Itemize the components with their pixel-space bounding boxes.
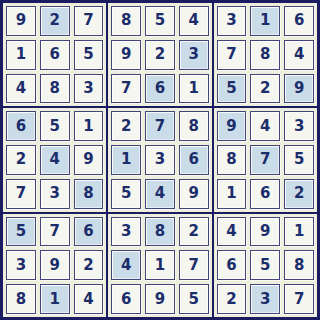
sudoku-cell-r2c1[interactable]: 1 bbox=[6, 40, 36, 70]
sudoku-cell-r2c5[interactable]: 2 bbox=[145, 40, 175, 70]
sudoku-cell-r2c3[interactable]: 5 bbox=[74, 40, 104, 70]
sudoku-cell-r7c2[interactable]: 7 bbox=[40, 217, 70, 247]
sudoku-cell-r3c4[interactable]: 7 bbox=[111, 74, 141, 104]
sudoku-cell-r4c3[interactable]: 1 bbox=[74, 111, 104, 141]
sudoku-cell-r9c3[interactable]: 4 bbox=[74, 284, 104, 314]
sudoku-cell-r8c7[interactable]: 6 bbox=[217, 250, 247, 280]
sudoku-cell-r5c4[interactable]: 1 bbox=[111, 145, 141, 175]
sudoku-cell-r8c2[interactable]: 9 bbox=[40, 250, 70, 280]
sudoku-cell-r8c3[interactable]: 2 bbox=[74, 250, 104, 280]
sudoku-cell-r6c3[interactable]: 8 bbox=[74, 179, 104, 209]
sudoku-cell-r7c8[interactable]: 9 bbox=[250, 217, 280, 247]
sudoku-cell-r6c6[interactable]: 9 bbox=[179, 179, 209, 209]
sudoku-cell-r4c2[interactable]: 5 bbox=[40, 111, 70, 141]
sudoku-cell-r8c4[interactable]: 4 bbox=[111, 250, 141, 280]
sudoku-cell-r3c3[interactable]: 3 bbox=[74, 74, 104, 104]
sudoku-board: 9271654838549237613167845296512497382781… bbox=[0, 0, 320, 320]
sudoku-cell-r6c1[interactable]: 7 bbox=[6, 179, 36, 209]
sudoku-cell-r7c9[interactable]: 1 bbox=[284, 217, 314, 247]
sudoku-cell-r3c1[interactable]: 4 bbox=[6, 74, 36, 104]
sudoku-cell-r3c8[interactable]: 2 bbox=[250, 74, 280, 104]
sudoku-cell-r5c2[interactable]: 4 bbox=[40, 145, 70, 175]
sudoku-cell-r8c8[interactable]: 5 bbox=[250, 250, 280, 280]
sudoku-cell-r7c7[interactable]: 4 bbox=[217, 217, 247, 247]
sudoku-cell-r2c9[interactable]: 4 bbox=[284, 40, 314, 70]
sudoku-cell-r6c7[interactable]: 1 bbox=[217, 179, 247, 209]
sudoku-cell-r6c5[interactable]: 4 bbox=[145, 179, 175, 209]
sudoku-cell-r9c7[interactable]: 2 bbox=[217, 284, 247, 314]
sudoku-cell-r6c2[interactable]: 3 bbox=[40, 179, 70, 209]
sudoku-cell-r5c3[interactable]: 9 bbox=[74, 145, 104, 175]
sudoku-cell-r9c8[interactable]: 3 bbox=[250, 284, 280, 314]
sudoku-box-2-3: 943875162 bbox=[214, 108, 317, 211]
sudoku-cell-r4c5[interactable]: 7 bbox=[145, 111, 175, 141]
sudoku-box-3-1: 576392814 bbox=[3, 214, 106, 317]
sudoku-cell-r4c7[interactable]: 9 bbox=[217, 111, 247, 141]
sudoku-cell-r3c9[interactable]: 9 bbox=[284, 74, 314, 104]
sudoku-cell-r4c1[interactable]: 6 bbox=[6, 111, 36, 141]
sudoku-cell-r7c1[interactable]: 5 bbox=[6, 217, 36, 247]
sudoku-cell-r5c7[interactable]: 8 bbox=[217, 145, 247, 175]
sudoku-cell-r9c5[interactable]: 9 bbox=[145, 284, 175, 314]
sudoku-cell-r1c2[interactable]: 2 bbox=[40, 6, 70, 36]
sudoku-cell-r1c6[interactable]: 4 bbox=[179, 6, 209, 36]
sudoku-cell-r9c1[interactable]: 8 bbox=[6, 284, 36, 314]
sudoku-cell-r8c1[interactable]: 3 bbox=[6, 250, 36, 280]
sudoku-cell-r9c9[interactable]: 7 bbox=[284, 284, 314, 314]
sudoku-cell-r5c1[interactable]: 2 bbox=[6, 145, 36, 175]
sudoku-box-1-2: 854923761 bbox=[108, 3, 211, 106]
sudoku-cell-r1c5[interactable]: 5 bbox=[145, 6, 175, 36]
sudoku-cell-r5c8[interactable]: 7 bbox=[250, 145, 280, 175]
sudoku-cell-r1c7[interactable]: 3 bbox=[217, 6, 247, 36]
sudoku-box-2-1: 651249738 bbox=[3, 108, 106, 211]
sudoku-cell-r2c8[interactable]: 8 bbox=[250, 40, 280, 70]
sudoku-cell-r2c4[interactable]: 9 bbox=[111, 40, 141, 70]
sudoku-cell-r5c5[interactable]: 3 bbox=[145, 145, 175, 175]
sudoku-cell-r7c4[interactable]: 3 bbox=[111, 217, 141, 247]
sudoku-cell-r1c8[interactable]: 1 bbox=[250, 6, 280, 36]
sudoku-cell-r7c5[interactable]: 8 bbox=[145, 217, 175, 247]
sudoku-cell-r8c9[interactable]: 8 bbox=[284, 250, 314, 280]
sudoku-cell-r8c5[interactable]: 1 bbox=[145, 250, 175, 280]
sudoku-cell-r3c7[interactable]: 5 bbox=[217, 74, 247, 104]
sudoku-cell-r4c9[interactable]: 3 bbox=[284, 111, 314, 141]
sudoku-cell-r4c4[interactable]: 2 bbox=[111, 111, 141, 141]
sudoku-cell-r6c9[interactable]: 2 bbox=[284, 179, 314, 209]
sudoku-cell-r5c9[interactable]: 5 bbox=[284, 145, 314, 175]
sudoku-cell-r2c2[interactable]: 6 bbox=[40, 40, 70, 70]
sudoku-cell-r9c4[interactable]: 6 bbox=[111, 284, 141, 314]
sudoku-box-1-1: 927165483 bbox=[3, 3, 106, 106]
sudoku-cell-r2c7[interactable]: 7 bbox=[217, 40, 247, 70]
sudoku-cell-r9c2[interactable]: 1 bbox=[40, 284, 70, 314]
sudoku-cell-r3c2[interactable]: 8 bbox=[40, 74, 70, 104]
sudoku-cell-r1c1[interactable]: 9 bbox=[6, 6, 36, 36]
sudoku-box-3-3: 491658237 bbox=[214, 214, 317, 317]
sudoku-cell-r1c9[interactable]: 6 bbox=[284, 6, 314, 36]
sudoku-cell-r9c6[interactable]: 5 bbox=[179, 284, 209, 314]
sudoku-box-3-2: 382417695 bbox=[108, 214, 211, 317]
sudoku-cell-r3c5[interactable]: 6 bbox=[145, 74, 175, 104]
sudoku-box-1-3: 316784529 bbox=[214, 3, 317, 106]
sudoku-cell-r4c6[interactable]: 8 bbox=[179, 111, 209, 141]
sudoku-cell-r1c4[interactable]: 8 bbox=[111, 6, 141, 36]
sudoku-box-2-2: 278136549 bbox=[108, 108, 211, 211]
sudoku-cell-r1c3[interactable]: 7 bbox=[74, 6, 104, 36]
sudoku-cell-r5c6[interactable]: 6 bbox=[179, 145, 209, 175]
sudoku-cell-r3c6[interactable]: 1 bbox=[179, 74, 209, 104]
sudoku-cell-r6c4[interactable]: 5 bbox=[111, 179, 141, 209]
sudoku-cell-r8c6[interactable]: 7 bbox=[179, 250, 209, 280]
sudoku-cell-r2c6[interactable]: 3 bbox=[179, 40, 209, 70]
sudoku-cell-r7c3[interactable]: 6 bbox=[74, 217, 104, 247]
sudoku-cell-r7c6[interactable]: 2 bbox=[179, 217, 209, 247]
sudoku-cell-r4c8[interactable]: 4 bbox=[250, 111, 280, 141]
sudoku-cell-r6c8[interactable]: 6 bbox=[250, 179, 280, 209]
